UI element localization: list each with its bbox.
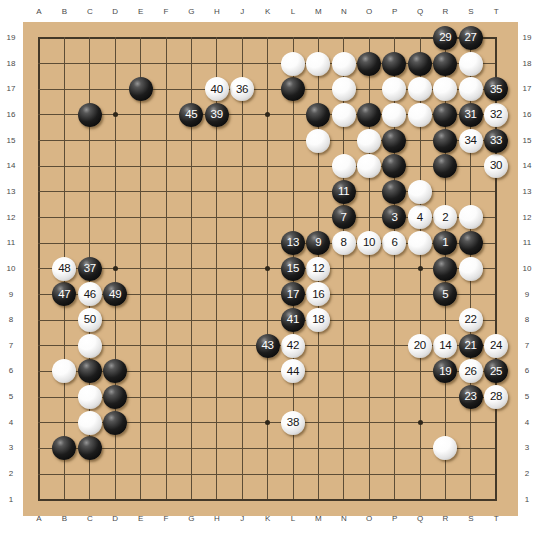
stone-white-P11-move-6: 6	[382, 231, 406, 255]
row-label-left-7: 7	[2, 340, 20, 352]
row-label-left-8: 8	[2, 314, 20, 326]
move-number: 5	[442, 289, 448, 301]
row-label-right-13: 13	[518, 186, 536, 198]
stone-black-Q18	[408, 52, 432, 76]
col-label-top-J: J	[233, 6, 251, 18]
stone-black-S5-move-23: 23	[459, 385, 483, 409]
stone-black-O16	[357, 103, 381, 127]
move-number: 41	[287, 314, 299, 326]
col-label-bottom-P: P	[386, 513, 404, 525]
row-label-right-5: 5	[518, 391, 536, 403]
col-label-bottom-E: E	[132, 513, 150, 525]
col-label-top-D: D	[106, 6, 124, 18]
row-label-right-12: 12	[518, 212, 536, 224]
move-number: 10	[363, 237, 375, 249]
row-label-left-1: 1	[2, 494, 20, 506]
move-number: 34	[465, 135, 477, 147]
stone-black-R18	[433, 52, 457, 76]
stone-black-P13	[382, 180, 406, 204]
col-label-top-G: G	[182, 6, 200, 18]
stone-white-O15	[357, 129, 381, 153]
col-label-bottom-S: S	[462, 513, 480, 525]
move-number: 25	[490, 366, 502, 378]
col-label-top-E: E	[132, 6, 150, 18]
stone-white-R17	[433, 77, 457, 101]
move-number: 31	[465, 109, 477, 121]
move-number: 4	[417, 212, 423, 224]
stone-white-P16	[382, 103, 406, 127]
row-label-right-7: 7	[518, 340, 536, 352]
stone-black-S11	[459, 231, 483, 255]
move-number: 9	[315, 237, 321, 249]
move-number: 27	[465, 32, 477, 44]
move-number: 11	[338, 186, 349, 198]
row-label-right-8: 8	[518, 314, 536, 326]
col-label-bottom-R: R	[436, 513, 454, 525]
stone-white-R12-move-2: 2	[433, 205, 457, 229]
col-label-top-F: F	[157, 6, 175, 18]
stone-white-M18	[306, 52, 330, 76]
stone-white-O14	[357, 154, 381, 178]
stone-black-N13-move-11: 11	[332, 180, 356, 204]
col-label-top-K: K	[259, 6, 277, 18]
move-number: 43	[261, 340, 273, 352]
row-label-left-2: 2	[2, 468, 20, 480]
stone-black-R9-move-5: 5	[433, 282, 457, 306]
row-label-left-18: 18	[2, 58, 20, 70]
move-number: 12	[312, 263, 324, 275]
move-number: 19	[439, 366, 451, 378]
stone-white-L4-move-38: 38	[281, 411, 305, 435]
stone-black-R19-move-29: 29	[433, 26, 457, 50]
move-number: 22	[465, 314, 477, 326]
row-label-right-3: 3	[518, 442, 536, 454]
row-label-left-4: 4	[2, 417, 20, 429]
move-number: 20	[414, 340, 426, 352]
stone-white-Q16	[408, 103, 432, 127]
col-label-bottom-L: L	[284, 513, 302, 525]
row-label-right-14: 14	[518, 160, 536, 172]
col-label-bottom-C: C	[81, 513, 99, 525]
move-number: 29	[439, 32, 451, 44]
stone-white-T16-move-32: 32	[484, 103, 508, 127]
stone-black-P14	[382, 154, 406, 178]
row-label-right-9: 9	[518, 289, 536, 301]
row-label-left-13: 13	[2, 186, 20, 198]
row-label-left-14: 14	[2, 160, 20, 172]
go-board-diagram: AA1919BB1818CC1717DD1616EE1515FF1414GG13…	[0, 0, 540, 540]
col-label-bottom-M: M	[309, 513, 327, 525]
row-label-right-19: 19	[518, 32, 536, 44]
stone-black-D6	[103, 359, 127, 383]
row-label-right-11: 11	[518, 237, 536, 249]
col-label-top-L: L	[284, 6, 302, 18]
move-number: 45	[185, 109, 197, 121]
stone-black-R15	[433, 129, 457, 153]
move-number: 42	[287, 340, 299, 352]
stone-black-E17	[129, 77, 153, 101]
stone-white-S6-move-26: 26	[459, 359, 483, 383]
move-number: 18	[312, 314, 324, 326]
move-number: 36	[236, 84, 248, 96]
stone-black-L9-move-17: 17	[281, 282, 305, 306]
row-label-left-10: 10	[2, 263, 20, 275]
stone-black-C16	[78, 103, 102, 127]
stone-white-Q17	[408, 77, 432, 101]
row-label-left-3: 3	[2, 442, 20, 454]
col-label-bottom-H: H	[208, 513, 226, 525]
col-label-top-R: R	[436, 6, 454, 18]
stone-black-L8-move-41: 41	[281, 308, 305, 332]
move-number: 49	[109, 289, 121, 301]
col-label-top-C: C	[81, 6, 99, 18]
stone-white-S8-move-22: 22	[459, 308, 483, 332]
stone-white-M15	[306, 129, 330, 153]
move-number: 21	[465, 340, 477, 352]
col-label-top-M: M	[309, 6, 327, 18]
stone-white-L7-move-42: 42	[281, 334, 305, 358]
move-number: 40	[211, 84, 223, 96]
stone-black-K7-move-43: 43	[256, 334, 280, 358]
stone-white-S18	[459, 52, 483, 76]
row-label-left-12: 12	[2, 212, 20, 224]
col-label-bottom-G: G	[182, 513, 200, 525]
stone-white-C5	[78, 385, 102, 409]
stone-black-O18	[357, 52, 381, 76]
stone-black-P15	[382, 129, 406, 153]
col-label-top-P: P	[386, 6, 404, 18]
stone-white-S12	[459, 205, 483, 229]
move-number: 26	[465, 366, 477, 378]
col-label-bottom-A: A	[30, 513, 48, 525]
stone-white-S15-move-34: 34	[459, 129, 483, 153]
stone-black-G16-move-45: 45	[179, 103, 203, 127]
move-number: 30	[490, 160, 502, 172]
move-number: 38	[287, 417, 299, 429]
stone-black-T15-move-33: 33	[484, 129, 508, 153]
move-number: 17	[287, 289, 299, 301]
col-label-bottom-N: N	[335, 513, 353, 525]
stone-white-N16	[332, 103, 356, 127]
stone-white-B6	[52, 359, 76, 383]
stone-white-S10	[459, 257, 483, 281]
move-number: 1	[442, 237, 448, 249]
row-label-right-6: 6	[518, 365, 536, 377]
stone-black-S19-move-27: 27	[459, 26, 483, 50]
stone-black-R10	[433, 257, 457, 281]
col-label-top-T: T	[487, 6, 505, 18]
row-label-right-1: 1	[518, 494, 536, 506]
stone-black-P12-move-3: 3	[382, 205, 406, 229]
stone-black-C3	[78, 436, 102, 460]
stone-white-C4	[78, 411, 102, 435]
stone-white-J17-move-36: 36	[230, 77, 254, 101]
move-number: 23	[465, 391, 477, 403]
col-label-bottom-K: K	[259, 513, 277, 525]
stone-black-L10-move-15: 15	[281, 257, 305, 281]
stone-white-T5-move-28: 28	[484, 385, 508, 409]
stone-black-B9-move-47: 47	[52, 282, 76, 306]
stone-layer: 1234567891011121314151617181920212223242…	[26, 25, 508, 512]
stone-white-O11-move-10: 10	[357, 231, 381, 255]
move-number: 46	[84, 289, 96, 301]
col-label-top-S: S	[462, 6, 480, 18]
stone-white-R3	[433, 436, 457, 460]
stone-white-C8-move-50: 50	[78, 308, 102, 332]
move-number: 33	[490, 135, 502, 147]
move-number: 15	[287, 263, 299, 275]
stone-black-R14	[433, 154, 457, 178]
stone-white-P17	[382, 77, 406, 101]
col-label-bottom-Q: Q	[411, 513, 429, 525]
row-label-left-17: 17	[2, 83, 20, 95]
stone-white-Q12-move-4: 4	[408, 205, 432, 229]
col-label-top-O: O	[360, 6, 378, 18]
move-number: 48	[58, 263, 70, 275]
row-label-right-4: 4	[518, 417, 536, 429]
stone-white-T7-move-24: 24	[484, 334, 508, 358]
stone-black-R16	[433, 103, 457, 127]
move-number: 50	[84, 314, 96, 326]
stone-white-C9-move-46: 46	[78, 282, 102, 306]
stone-black-B3	[52, 436, 76, 460]
move-number: 6	[391, 237, 397, 249]
move-number: 37	[84, 263, 96, 275]
row-label-right-16: 16	[518, 109, 536, 121]
stone-black-N12-move-7: 7	[332, 205, 356, 229]
row-label-right-17: 17	[518, 83, 536, 95]
col-label-bottom-O: O	[360, 513, 378, 525]
stone-black-T6-move-25: 25	[484, 359, 508, 383]
move-number: 16	[312, 289, 324, 301]
stone-black-M11-move-9: 9	[306, 231, 330, 255]
col-label-top-Q: Q	[411, 6, 429, 18]
move-number: 24	[490, 340, 502, 352]
stone-white-N18	[332, 52, 356, 76]
col-label-bottom-J: J	[233, 513, 251, 525]
move-number: 44	[287, 366, 299, 378]
row-label-left-15: 15	[2, 135, 20, 147]
move-number: 3	[391, 212, 397, 224]
stone-white-H17-move-40: 40	[205, 77, 229, 101]
row-label-left-9: 9	[2, 289, 20, 301]
col-label-bottom-D: D	[106, 513, 124, 525]
row-label-left-5: 5	[2, 391, 20, 403]
stone-black-S16-move-31: 31	[459, 103, 483, 127]
move-number: 7	[341, 212, 347, 224]
stone-white-B10-move-48: 48	[52, 257, 76, 281]
move-number: 14	[439, 340, 451, 352]
stone-white-C7	[78, 334, 102, 358]
stone-white-M8-move-18: 18	[306, 308, 330, 332]
col-label-bottom-F: F	[157, 513, 175, 525]
stone-white-M10-move-12: 12	[306, 257, 330, 281]
stone-black-H16-move-39: 39	[205, 103, 229, 127]
row-label-left-11: 11	[2, 237, 20, 249]
row-label-left-19: 19	[2, 32, 20, 44]
stone-black-T17-move-35: 35	[484, 77, 508, 101]
move-number: 39	[211, 109, 223, 121]
col-label-top-N: N	[335, 6, 353, 18]
stone-white-S17	[459, 77, 483, 101]
stone-black-P18	[382, 52, 406, 76]
stone-white-N11-move-8: 8	[332, 231, 356, 255]
stone-white-Q7-move-20: 20	[408, 334, 432, 358]
stone-black-D4	[103, 411, 127, 435]
stone-black-M16	[306, 103, 330, 127]
stone-white-T14-move-30: 30	[484, 154, 508, 178]
stone-black-C10-move-37: 37	[78, 257, 102, 281]
row-label-right-10: 10	[518, 263, 536, 275]
move-number: 47	[58, 289, 70, 301]
move-number: 32	[490, 109, 502, 121]
stone-white-N17	[332, 77, 356, 101]
stone-white-R7-move-14: 14	[433, 334, 457, 358]
stone-black-L11-move-13: 13	[281, 231, 305, 255]
stone-black-D9-move-49: 49	[103, 282, 127, 306]
col-label-top-H: H	[208, 6, 226, 18]
col-label-bottom-T: T	[487, 513, 505, 525]
move-number: 35	[490, 84, 502, 96]
move-number: 13	[287, 237, 299, 249]
row-label-left-6: 6	[2, 365, 20, 377]
row-label-right-15: 15	[518, 135, 536, 147]
stone-white-N14	[332, 154, 356, 178]
move-number: 8	[341, 237, 347, 249]
move-number: 2	[442, 212, 448, 224]
stone-black-R6-move-19: 19	[433, 359, 457, 383]
stone-black-L17	[281, 77, 305, 101]
stone-white-L18	[281, 52, 305, 76]
row-label-right-2: 2	[518, 468, 536, 480]
col-label-bottom-B: B	[55, 513, 73, 525]
row-label-left-16: 16	[2, 109, 20, 121]
stone-black-R11-move-1: 1	[433, 231, 457, 255]
stone-white-M9-move-16: 16	[306, 282, 330, 306]
row-label-right-18: 18	[518, 58, 536, 70]
stone-black-C6	[78, 359, 102, 383]
col-label-top-A: A	[30, 6, 48, 18]
stone-white-Q13	[408, 180, 432, 204]
stone-white-Q11	[408, 231, 432, 255]
stone-black-S7-move-21: 21	[459, 334, 483, 358]
move-number: 28	[490, 391, 502, 403]
stone-black-D5	[103, 385, 127, 409]
col-label-top-B: B	[55, 6, 73, 18]
stone-white-L6-move-44: 44	[281, 359, 305, 383]
